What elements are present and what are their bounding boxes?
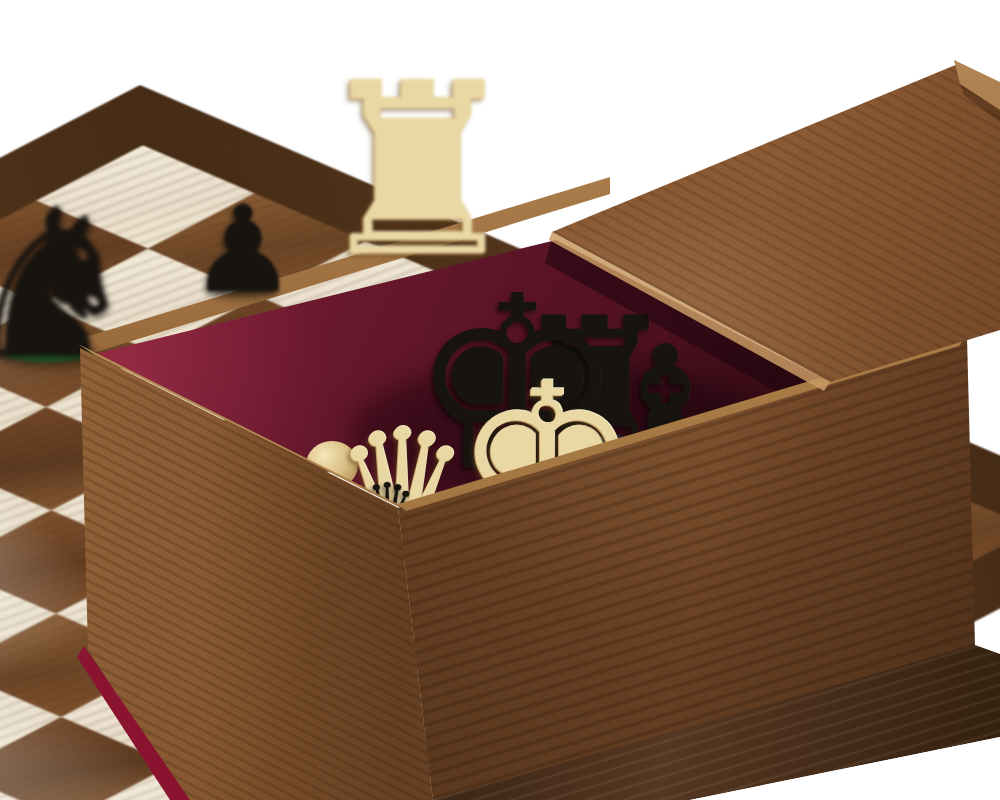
knight-base-felt — [4, 342, 90, 362]
rook-shadow — [372, 232, 456, 252]
pawn-shadow — [210, 282, 276, 300]
chess-set-product-photo: ♞ ♟ ♜ ♜ ♚ ♝ ♚ ♛ ♛ — [0, 0, 1000, 800]
